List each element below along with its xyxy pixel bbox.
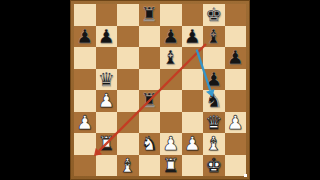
square-h6[interactable]: ♟ [225, 47, 247, 69]
square-f5[interactable] [182, 69, 204, 91]
square-e1[interactable]: ♜ [160, 155, 182, 177]
square-c8[interactable] [117, 4, 139, 26]
piece-white-rook-b2[interactable]: ♜ [98, 134, 115, 153]
square-h8[interactable] [225, 4, 247, 26]
piece-white-pawn-h3[interactable]: ♟ [227, 113, 244, 132]
square-e2[interactable]: ♟ [160, 133, 182, 155]
square-e6[interactable]: ♝ [160, 47, 182, 69]
square-h4[interactable] [225, 90, 247, 112]
square-g8[interactable]: ♚ [203, 4, 225, 26]
square-d7[interactable] [139, 26, 161, 48]
screenshot-root: ♜♚♟♟♟♟♝♝♟♛♟♟♜♞♟♛♟♜♞♟♟♝♝♜♚ [0, 0, 320, 180]
square-a2[interactable] [74, 133, 96, 155]
square-e4[interactable] [160, 90, 182, 112]
piece-white-bishop-c1[interactable]: ♝ [119, 156, 136, 175]
piece-black-knight-g4[interactable]: ♞ [205, 91, 222, 110]
square-f4[interactable] [182, 90, 204, 112]
piece-white-pawn-b4[interactable]: ♟ [98, 91, 115, 110]
square-d2[interactable]: ♞ [139, 133, 161, 155]
square-d5[interactable] [139, 69, 161, 91]
frame-corner-dot [244, 174, 247, 177]
square-f8[interactable] [182, 4, 204, 26]
square-b2[interactable]: ♜ [96, 133, 118, 155]
square-c7[interactable] [117, 26, 139, 48]
square-a3[interactable]: ♟ [74, 112, 96, 134]
square-a4[interactable] [74, 90, 96, 112]
piece-black-pawn-h6[interactable]: ♟ [227, 48, 244, 67]
square-a7[interactable]: ♟ [74, 26, 96, 48]
piece-black-rook-d4[interactable]: ♜ [141, 91, 158, 110]
square-b8[interactable] [96, 4, 118, 26]
square-h1[interactable] [225, 155, 247, 177]
square-d4[interactable]: ♜ [139, 90, 161, 112]
square-g5[interactable]: ♟ [203, 69, 225, 91]
square-b5[interactable]: ♛ [96, 69, 118, 91]
square-a1[interactable] [74, 155, 96, 177]
square-b3[interactable] [96, 112, 118, 134]
square-g2[interactable]: ♝ [203, 133, 225, 155]
piece-white-queen-g3[interactable]: ♛ [205, 113, 222, 132]
piece-white-pawn-e2[interactable]: ♟ [162, 134, 179, 153]
square-b6[interactable] [96, 47, 118, 69]
piece-white-pawn-a3[interactable]: ♟ [76, 113, 93, 132]
piece-black-pawn-a7[interactable]: ♟ [76, 27, 93, 46]
square-c5[interactable] [117, 69, 139, 91]
square-e7[interactable]: ♟ [160, 26, 182, 48]
piece-black-rook-d8[interactable]: ♜ [141, 5, 158, 24]
square-a5[interactable] [74, 69, 96, 91]
left-black-bar [0, 0, 70, 180]
piece-black-king-g8[interactable]: ♚ [205, 5, 222, 24]
square-a6[interactable] [74, 47, 96, 69]
square-a8[interactable] [74, 4, 96, 26]
piece-white-rook-e1[interactable]: ♜ [162, 156, 179, 175]
chess-board: ♜♚♟♟♟♟♝♝♟♛♟♟♜♞♟♛♟♜♞♟♟♝♝♜♚ [70, 0, 250, 180]
square-c1[interactable]: ♝ [117, 155, 139, 177]
piece-black-bishop-e6[interactable]: ♝ [162, 48, 179, 67]
square-e5[interactable] [160, 69, 182, 91]
piece-white-king-g1[interactable]: ♚ [205, 156, 222, 175]
square-g7[interactable]: ♝ [203, 26, 225, 48]
piece-white-knight-d2[interactable]: ♞ [141, 134, 158, 153]
square-b4[interactable]: ♟ [96, 90, 118, 112]
piece-white-bishop-g2[interactable]: ♝ [205, 134, 222, 153]
square-f6[interactable] [182, 47, 204, 69]
square-f7[interactable]: ♟ [182, 26, 204, 48]
square-d3[interactable] [139, 112, 161, 134]
square-g3[interactable]: ♛ [203, 112, 225, 134]
square-c4[interactable] [117, 90, 139, 112]
square-f3[interactable] [182, 112, 204, 134]
square-d8[interactable]: ♜ [139, 4, 161, 26]
square-g1[interactable]: ♚ [203, 155, 225, 177]
square-d6[interactable] [139, 47, 161, 69]
piece-black-pawn-g5[interactable]: ♟ [205, 70, 222, 89]
square-c2[interactable] [117, 133, 139, 155]
piece-black-pawn-e7[interactable]: ♟ [162, 27, 179, 46]
square-e3[interactable] [160, 112, 182, 134]
square-e8[interactable] [160, 4, 182, 26]
square-f2[interactable]: ♟ [182, 133, 204, 155]
square-b1[interactable] [96, 155, 118, 177]
square-h7[interactable] [225, 26, 247, 48]
piece-black-queen-b5[interactable]: ♛ [98, 70, 115, 89]
right-black-bar [250, 0, 320, 180]
piece-white-pawn-f2[interactable]: ♟ [184, 134, 201, 153]
piece-black-bishop-g7[interactable]: ♝ [205, 27, 222, 46]
square-h5[interactable] [225, 69, 247, 91]
piece-black-pawn-f7[interactable]: ♟ [184, 27, 201, 46]
square-b7[interactable]: ♟ [96, 26, 118, 48]
piece-black-pawn-b7[interactable]: ♟ [98, 27, 115, 46]
board-squares: ♜♚♟♟♟♟♝♝♟♛♟♟♜♞♟♛♟♜♞♟♟♝♝♜♚ [74, 4, 246, 176]
square-h3[interactable]: ♟ [225, 112, 247, 134]
square-f1[interactable] [182, 155, 204, 177]
square-d1[interactable] [139, 155, 161, 177]
square-h2[interactable] [225, 133, 247, 155]
square-c6[interactable] [117, 47, 139, 69]
square-c3[interactable] [117, 112, 139, 134]
square-g6[interactable] [203, 47, 225, 69]
square-g4[interactable]: ♞ [203, 90, 225, 112]
